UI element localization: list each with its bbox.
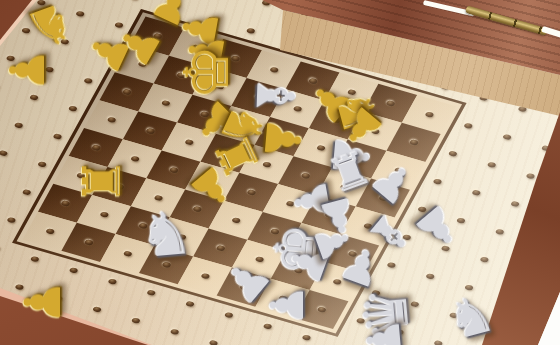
peg-hole (6, 217, 16, 224)
silver-pawn[interactable]: ♟ (264, 284, 310, 325)
gold-king[interactable]: ♚ (176, 44, 238, 100)
peg-hole (83, 77, 93, 84)
peg-hole (107, 278, 117, 285)
peg-hole (146, 289, 156, 296)
gold-pawn[interactable]: ♟ (3, 48, 51, 91)
peg-hole (525, 173, 535, 180)
peg-hole (245, 27, 255, 34)
gold-rook[interactable]: ♜ (76, 158, 128, 205)
travel-chess-set-photo: ♞♟♟♟♟♟♟♚♟♞♜♟♟♞♟♜♟♟♝♟♞♟♜♟♟♚♟♝♟♟♟♟♛♟♟♞ (0, 0, 560, 345)
peg-hole (0, 150, 8, 157)
peg-hole (486, 161, 496, 168)
peg-hole (463, 122, 473, 129)
gold-pawn[interactable]: ♟ (18, 280, 68, 325)
peg-hole (433, 340, 443, 345)
peg-hole (13, 122, 23, 129)
peg-hole (208, 339, 218, 345)
peg-hole (130, 317, 140, 324)
peg-hole (479, 256, 489, 263)
peg-hole (68, 267, 78, 274)
silver-pawn[interactable]: ♟ (359, 316, 408, 345)
silver-pawn[interactable]: ♟ (406, 196, 470, 260)
peg-hole (425, 273, 435, 280)
peg-hole (184, 300, 194, 307)
peg-hole (471, 189, 481, 196)
silver-bishop[interactable]: ♝ (248, 72, 302, 120)
peg-hole (75, 10, 85, 17)
peg-hole (447, 150, 457, 157)
peg-hole (169, 328, 179, 335)
peg-hole (494, 228, 504, 235)
peg-hole (0, 244, 1, 251)
peg-hole (28, 94, 38, 101)
peg-hole (432, 178, 442, 185)
peg-hole (301, 334, 311, 341)
peg-hole (37, 161, 47, 168)
peg-hole (52, 133, 62, 140)
silver-knight[interactable]: ♞ (442, 286, 500, 345)
peg-hole (91, 306, 101, 313)
silver-knight[interactable]: ♞ (137, 202, 196, 266)
peg-hole (501, 133, 511, 140)
peg-hole (29, 256, 39, 263)
peg-hole (21, 189, 31, 196)
peg-hole (67, 105, 77, 112)
peg-hole (510, 200, 520, 207)
peg-hole (223, 312, 233, 319)
gold-pawn[interactable]: ♟ (257, 115, 309, 162)
